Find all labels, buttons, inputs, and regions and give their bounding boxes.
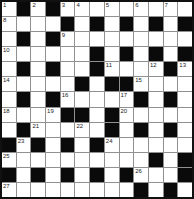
white-cell[interactable] [46, 153, 60, 167]
clue-number: 6 [135, 2, 138, 9]
white-cell[interactable] [90, 2, 104, 16]
black-cell [90, 62, 104, 76]
white-cell[interactable] [17, 77, 31, 91]
clue-number: 21 [32, 123, 39, 130]
white-cell[interactable] [61, 123, 75, 137]
white-cell[interactable]: 7 [164, 2, 178, 16]
black-cell [178, 17, 192, 31]
white-cell[interactable] [149, 32, 163, 46]
white-cell[interactable]: 1 [2, 2, 16, 16]
white-cell[interactable] [46, 47, 60, 61]
black-cell [90, 47, 104, 61]
clue-number: 13 [179, 62, 186, 69]
black-cell [31, 168, 45, 182]
white-cell[interactable] [31, 153, 45, 167]
white-cell[interactable] [178, 92, 192, 106]
white-cell[interactable] [120, 183, 134, 197]
clue-number: 22 [76, 123, 83, 130]
clue-number: 18 [3, 108, 10, 115]
white-cell[interactable] [46, 123, 60, 137]
white-cell[interactable]: 23 [17, 138, 31, 152]
clue-number: 5 [106, 2, 109, 9]
black-cell [178, 153, 192, 167]
black-cell [164, 62, 178, 76]
black-cell [90, 17, 104, 31]
white-cell[interactable] [149, 108, 163, 122]
black-cell [120, 47, 134, 61]
clue-number: 9 [62, 32, 65, 39]
black-cell [134, 123, 148, 137]
black-cell [90, 138, 104, 152]
clue-number: 26 [135, 168, 142, 175]
white-cell[interactable] [61, 153, 75, 167]
clue-number: 12 [150, 62, 157, 69]
white-cell[interactable] [46, 17, 60, 31]
white-cell[interactable] [149, 92, 163, 106]
white-cell[interactable] [178, 32, 192, 46]
white-cell[interactable] [149, 183, 163, 197]
white-cell[interactable] [134, 17, 148, 31]
white-cell[interactable] [178, 123, 192, 137]
black-cell [134, 92, 148, 106]
white-cell[interactable] [178, 108, 192, 122]
white-cell[interactable]: 18 [2, 108, 16, 122]
white-cell[interactable] [105, 168, 119, 182]
white-cell[interactable] [17, 47, 31, 61]
white-cell[interactable]: 27 [2, 183, 16, 197]
black-cell [2, 138, 16, 152]
white-cell[interactable] [31, 32, 45, 46]
black-cell [17, 92, 31, 106]
clue-number: 16 [62, 92, 69, 99]
white-cell[interactable] [178, 2, 192, 16]
white-cell[interactable] [2, 32, 16, 46]
clue-number: 27 [3, 183, 10, 190]
white-cell[interactable] [164, 17, 178, 31]
white-cell[interactable] [2, 62, 16, 76]
white-cell[interactable] [61, 47, 75, 61]
white-cell[interactable] [134, 47, 148, 61]
white-cell[interactable]: 24 [105, 138, 119, 152]
white-cell[interactable] [17, 168, 31, 182]
white-cell[interactable]: 15 [134, 77, 148, 91]
crossword-board: 1234567891011121314151617181920212223242… [0, 0, 194, 199]
black-cell [120, 168, 134, 182]
white-cell[interactable]: 3 [61, 2, 75, 16]
black-cell [2, 168, 16, 182]
white-cell[interactable] [105, 47, 119, 61]
white-cell[interactable] [90, 183, 104, 197]
white-cell[interactable] [105, 92, 119, 106]
white-cell[interactable] [120, 138, 134, 152]
white-cell[interactable] [31, 92, 45, 106]
black-cell [17, 62, 31, 76]
black-cell [105, 77, 119, 91]
clue-number: 3 [62, 2, 65, 9]
white-cell[interactable] [75, 153, 89, 167]
white-cell[interactable] [164, 138, 178, 152]
white-cell[interactable] [31, 108, 45, 122]
clue-number: 15 [135, 77, 142, 84]
white-cell[interactable]: 13 [178, 62, 192, 76]
clue-number: 10 [3, 47, 10, 54]
white-cell[interactable] [17, 183, 31, 197]
white-cell[interactable] [134, 32, 148, 46]
white-cell[interactable]: 20 [120, 108, 134, 122]
black-cell [120, 17, 134, 31]
black-cell [149, 47, 163, 61]
white-cell[interactable] [31, 183, 45, 197]
white-cell[interactable]: 26 [134, 168, 148, 182]
clue-number: 23 [18, 138, 25, 145]
white-cell[interactable] [46, 168, 60, 182]
white-cell[interactable] [90, 153, 104, 167]
white-cell[interactable] [178, 138, 192, 152]
white-cell[interactable] [61, 183, 75, 197]
white-cell[interactable] [120, 153, 134, 167]
clue-number: 20 [121, 108, 128, 115]
white-cell[interactable] [164, 32, 178, 46]
white-cell[interactable] [90, 108, 104, 122]
white-cell[interactable]: 14 [2, 77, 16, 91]
white-cell[interactable] [164, 168, 178, 182]
white-cell[interactable] [46, 183, 60, 197]
white-cell[interactable] [17, 153, 31, 167]
black-cell [61, 17, 75, 31]
black-cell [31, 138, 45, 152]
white-cell[interactable] [120, 123, 134, 137]
white-cell[interactable] [75, 168, 89, 182]
white-cell[interactable]: 25 [2, 153, 16, 167]
white-cell[interactable] [149, 77, 163, 91]
black-cell [75, 108, 89, 122]
white-cell[interactable] [61, 62, 75, 76]
black-cell [164, 92, 178, 106]
white-cell[interactable]: 17 [120, 92, 134, 106]
white-cell[interactable]: 11 [105, 62, 119, 76]
white-cell[interactable] [90, 123, 104, 137]
white-cell[interactable] [46, 138, 60, 152]
white-cell[interactable]: 9 [61, 32, 75, 46]
white-cell[interactable] [75, 17, 89, 31]
white-cell[interactable] [134, 138, 148, 152]
clue-number: 17 [121, 92, 128, 99]
white-cell[interactable]: 2 [31, 2, 45, 16]
black-cell [178, 47, 192, 61]
white-cell[interactable] [17, 108, 31, 122]
clue-number: 19 [47, 108, 54, 115]
white-cell[interactable]: 5 [105, 2, 119, 16]
white-cell[interactable]: 4 [75, 2, 89, 16]
white-cell[interactable]: 6 [134, 2, 148, 16]
white-cell[interactable]: 10 [2, 47, 16, 61]
black-cell [17, 123, 31, 137]
white-cell[interactable] [105, 32, 119, 46]
black-cell [149, 153, 163, 167]
white-cell[interactable] [178, 183, 192, 197]
white-cell[interactable] [105, 17, 119, 31]
clue-number: 7 [165, 2, 168, 9]
white-cell[interactable]: 12 [149, 62, 163, 76]
white-cell[interactable] [90, 32, 104, 46]
white-cell[interactable] [75, 62, 89, 76]
white-cell[interactable] [46, 77, 60, 91]
white-cell[interactable] [134, 153, 148, 167]
black-cell [75, 77, 89, 91]
black-cell [61, 108, 75, 122]
white-cell[interactable] [149, 2, 163, 16]
white-cell[interactable] [149, 138, 163, 152]
black-cell [134, 183, 148, 197]
white-cell[interactable] [134, 62, 148, 76]
white-cell[interactable] [90, 92, 104, 106]
white-cell[interactable] [75, 32, 89, 46]
white-cell[interactable]: 19 [46, 108, 60, 122]
white-cell[interactable] [149, 168, 163, 182]
clue-number: 4 [76, 2, 79, 9]
black-cell [120, 77, 134, 91]
white-cell[interactable] [164, 47, 178, 61]
white-cell[interactable] [164, 108, 178, 122]
white-cell[interactable] [31, 47, 45, 61]
white-cell[interactable] [75, 138, 89, 152]
black-cell [61, 168, 75, 182]
white-cell[interactable] [90, 77, 104, 91]
clue-number: 25 [3, 153, 10, 160]
white-cell[interactable] [31, 17, 45, 31]
white-cell[interactable] [178, 77, 192, 91]
black-cell [90, 168, 104, 182]
clue-number: 24 [106, 138, 113, 145]
white-cell[interactable] [31, 62, 45, 76]
white-cell[interactable]: 8 [2, 17, 16, 31]
white-cell[interactable] [2, 92, 16, 106]
black-cell [46, 92, 60, 106]
clue-number: 2 [32, 2, 35, 9]
white-cell[interactable] [17, 17, 31, 31]
black-cell [17, 32, 31, 46]
black-cell [46, 2, 60, 16]
white-cell[interactable] [75, 47, 89, 61]
black-cell [164, 123, 178, 137]
white-cell[interactable] [164, 153, 178, 167]
white-cell[interactable] [120, 62, 134, 76]
white-cell[interactable] [75, 183, 89, 197]
clue-number: 14 [3, 77, 10, 84]
white-cell[interactable]: 16 [61, 92, 75, 106]
clue-number: 1 [3, 2, 6, 9]
white-cell[interactable] [31, 77, 45, 91]
white-cell[interactable]: 21 [31, 123, 45, 137]
white-cell[interactable] [75, 92, 89, 106]
white-cell[interactable] [164, 77, 178, 91]
white-cell[interactable] [105, 153, 119, 167]
black-cell [61, 138, 75, 152]
white-cell[interactable]: 22 [75, 123, 89, 137]
white-cell[interactable] [120, 32, 134, 46]
white-cell[interactable] [149, 123, 163, 137]
clue-number: 8 [3, 17, 6, 24]
white-cell[interactable] [105, 183, 119, 197]
black-cell [105, 123, 119, 137]
clue-number: 11 [106, 62, 112, 69]
black-cell [17, 2, 31, 16]
white-cell[interactable] [2, 123, 16, 137]
white-cell[interactable] [134, 108, 148, 122]
black-cell [46, 62, 60, 76]
black-cell [105, 108, 119, 122]
white-cell[interactable] [61, 77, 75, 91]
black-cell [46, 32, 60, 46]
white-cell[interactable] [120, 2, 134, 16]
black-cell [164, 183, 178, 197]
black-cell [149, 17, 163, 31]
black-cell [178, 168, 192, 182]
